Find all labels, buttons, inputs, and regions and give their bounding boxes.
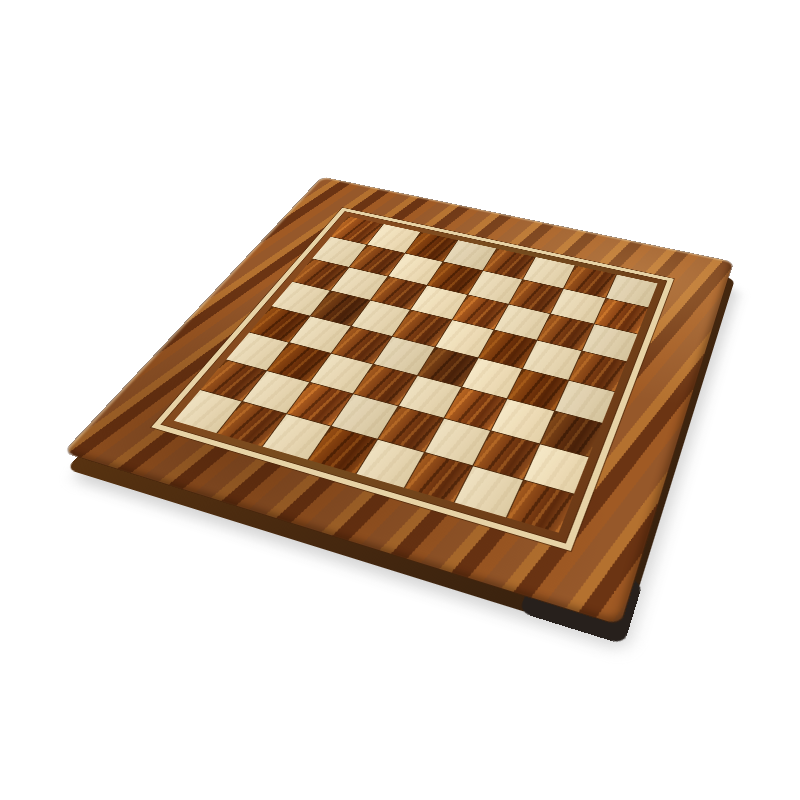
photo-background [0,0,800,800]
playing-area [174,216,658,532]
inlay-border [151,208,674,551]
